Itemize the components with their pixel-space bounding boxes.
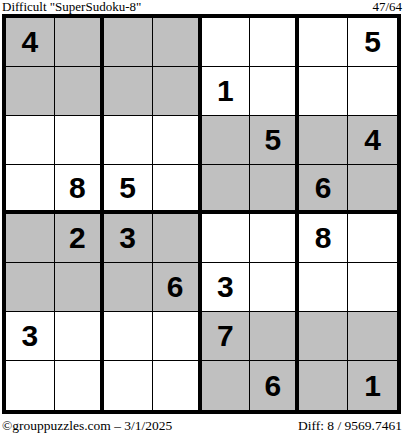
cell-r7c3[interactable] (104, 312, 153, 361)
cell-r6c3[interactable] (104, 263, 153, 312)
cell-r4c7[interactable]: 6 (299, 165, 348, 214)
cell-r7c6[interactable] (250, 312, 299, 361)
cell-r6c4[interactable]: 6 (153, 263, 202, 312)
cell-r4c8[interactable] (348, 165, 397, 214)
cell-r1c4[interactable] (153, 18, 202, 67)
cell-r1c6[interactable] (250, 18, 299, 67)
cell-r5c7[interactable]: 8 (299, 214, 348, 263)
sudoku-board: 45154856238633761 (2, 14, 401, 414)
difficulty-text: Diff: 8 / 9569.7461 (298, 419, 402, 433)
cell-r3c1[interactable] (6, 116, 55, 165)
cell-r7c7[interactable] (299, 312, 348, 361)
cell-r6c7[interactable] (299, 263, 348, 312)
cell-r2c5[interactable]: 1 (202, 67, 251, 116)
cell-r6c6[interactable] (250, 263, 299, 312)
cell-r1c5[interactable] (202, 18, 251, 67)
cell-r7c1[interactable]: 3 (6, 312, 55, 361)
cell-r2c7[interactable] (299, 67, 348, 116)
cell-r5c1[interactable] (6, 214, 55, 263)
cell-r4c5[interactable] (202, 165, 251, 214)
cell-r4c4[interactable] (153, 165, 202, 214)
cell-r4c3[interactable]: 5 (104, 165, 153, 214)
cell-r1c3[interactable] (104, 18, 153, 67)
cell-r2c2[interactable] (55, 67, 104, 116)
cell-r6c2[interactable] (55, 263, 104, 312)
cell-r8c7[interactable] (299, 361, 348, 410)
cell-r1c8[interactable]: 5 (348, 18, 397, 67)
cell-r4c1[interactable] (6, 165, 55, 214)
cell-r8c4[interactable] (153, 361, 202, 410)
cell-r8c2[interactable] (55, 361, 104, 410)
page-title: Difficult "SuperSudoku-8" (2, 0, 141, 13)
cell-r7c2[interactable] (55, 312, 104, 361)
cell-r4c2[interactable]: 8 (55, 165, 104, 214)
cell-r4c6[interactable] (250, 165, 299, 214)
cell-r5c5[interactable] (202, 214, 251, 263)
cell-r8c5[interactable] (202, 361, 251, 410)
cell-r5c8[interactable] (348, 214, 397, 263)
cell-r3c5[interactable] (202, 116, 251, 165)
cell-r8c3[interactable] (104, 361, 153, 410)
cell-r7c8[interactable] (348, 312, 397, 361)
cell-r2c6[interactable] (250, 67, 299, 116)
cell-r8c6[interactable]: 6 (250, 361, 299, 410)
cell-r6c8[interactable] (348, 263, 397, 312)
cell-r6c5[interactable]: 3 (202, 263, 251, 312)
cell-r3c7[interactable] (299, 116, 348, 165)
cell-r8c1[interactable] (6, 361, 55, 410)
cell-r5c3[interactable]: 3 (104, 214, 153, 263)
copyright-text: ©grouppuzzles.com – 3/1/2025 (2, 419, 172, 433)
cell-r3c8[interactable]: 4 (348, 116, 397, 165)
cell-r7c5[interactable]: 7 (202, 312, 251, 361)
cell-r2c1[interactable] (6, 67, 55, 116)
cell-r2c3[interactable] (104, 67, 153, 116)
cell-r2c4[interactable] (153, 67, 202, 116)
cell-r6c1[interactable] (6, 263, 55, 312)
cell-r3c6[interactable]: 5 (250, 116, 299, 165)
header: Difficult "SuperSudoku-8" 47/64 (2, 0, 402, 13)
cell-r8c8[interactable]: 1 (348, 361, 397, 410)
cell-r3c2[interactable] (55, 116, 104, 165)
cell-r7c4[interactable] (153, 312, 202, 361)
puzzle-page: Difficult "SuperSudoku-8" 47/64 45154856… (0, 0, 403, 437)
cell-r5c6[interactable] (250, 214, 299, 263)
cell-r3c4[interactable] (153, 116, 202, 165)
givens-counter: 47/64 (372, 0, 402, 13)
footer: ©grouppuzzles.com – 3/1/2025 Diff: 8 / 9… (2, 419, 402, 433)
cell-r1c1[interactable]: 4 (6, 18, 55, 67)
cell-r1c7[interactable] (299, 18, 348, 67)
cell-r3c3[interactable] (104, 116, 153, 165)
cell-r2c8[interactable] (348, 67, 397, 116)
cell-r5c4[interactable] (153, 214, 202, 263)
cell-r1c2[interactable] (55, 18, 104, 67)
cell-r5c2[interactable]: 2 (55, 214, 104, 263)
